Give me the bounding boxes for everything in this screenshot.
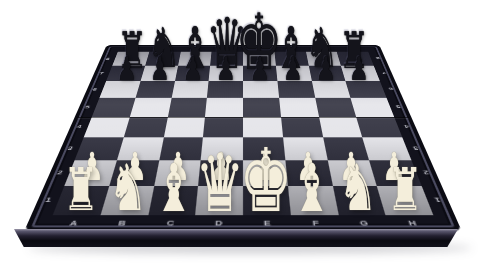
square-h5[interactable] (351, 98, 394, 117)
square-a4[interactable] (84, 117, 130, 138)
square-g4[interactable] (319, 117, 363, 138)
chess-set-photo: ABCDEFGH 87654321 87654321 ♜♞♝♛♚♝♞♜♟♟♟♟♟… (0, 0, 500, 268)
piece-white-knight-b1[interactable]: ♞ (108, 156, 147, 220)
piece-black-pawn-h7[interactable]: ♟ (349, 53, 369, 86)
square-g5[interactable] (315, 98, 356, 117)
square-d4[interactable] (203, 117, 243, 138)
piece-black-pawn-g7[interactable]: ♟ (316, 53, 336, 86)
board-front-edge (14, 229, 458, 247)
piece-white-bishop-f1[interactable]: ♝ (292, 154, 332, 220)
piece-white-queen-d1[interactable]: ♛ (196, 143, 245, 223)
piece-black-pawn-e7[interactable]: ♟ (250, 53, 270, 86)
piece-black-pawn-c7[interactable]: ♟ (183, 53, 203, 86)
square-f5[interactable] (279, 98, 319, 117)
square-e5[interactable] (243, 98, 281, 117)
piece-white-rook-h1[interactable]: ♜ (387, 160, 423, 219)
piece-black-pawn-f7[interactable]: ♟ (283, 53, 303, 86)
piece-white-rook-a1[interactable]: ♜ (63, 160, 99, 219)
piece-white-king-e1[interactable]: ♚ (239, 137, 292, 225)
square-c4[interactable] (163, 117, 205, 138)
piece-black-pawn-d7[interactable]: ♟ (216, 53, 236, 86)
piece-black-pawn-a7[interactable]: ♟ (117, 53, 137, 86)
square-a5[interactable] (92, 98, 135, 117)
piece-white-knight-g1[interactable]: ♞ (339, 156, 378, 220)
square-b5[interactable] (130, 98, 171, 117)
piece-black-pawn-b7[interactable]: ♟ (150, 53, 170, 86)
piece-white-bishop-c1[interactable]: ♝ (154, 154, 194, 220)
square-d5[interactable] (205, 98, 243, 117)
square-c5[interactable] (168, 98, 208, 117)
square-b4[interactable] (124, 117, 168, 138)
